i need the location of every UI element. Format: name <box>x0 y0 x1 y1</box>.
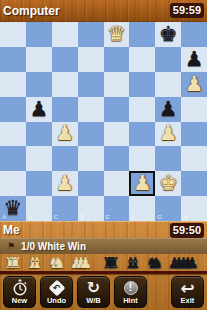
opponent-clock: 59:59 <box>170 3 204 18</box>
exit-button[interactable]: ↩Exit <box>171 276 204 308</box>
square-b1[interactable]: B <box>26 196 52 221</box>
captured-black-tray: ♜♜♝♝♞♞♟♟♟♟♟ <box>102 255 203 271</box>
cycle-arrows-icon: ↻ <box>87 278 100 297</box>
black-pawn[interactable]: ♟ <box>159 99 178 120</box>
captured-pawn-stack: ♟♟♟ <box>70 255 92 271</box>
white-pawn[interactable]: ♟ <box>55 173 74 194</box>
square-g3[interactable] <box>155 146 181 171</box>
file-label-b: B <box>28 214 32 220</box>
result-flag-icon: ⚑ <box>7 242 15 251</box>
undo-diamond-icon: ↶ <box>51 278 63 297</box>
square-c2[interactable]: ♟ <box>52 171 78 196</box>
return-arrow-icon: ↩ <box>180 278 194 297</box>
square-d8[interactable] <box>78 22 104 47</box>
square-d2[interactable] <box>78 171 104 196</box>
captured-knight-stack: ♞♞ <box>48 255 66 271</box>
square-c1[interactable]: C <box>52 196 78 221</box>
square-b2[interactable] <box>26 171 52 196</box>
result-text: 1/0 White Win <box>21 241 86 252</box>
black-queen[interactable]: ♛ <box>4 198 23 219</box>
square-b7[interactable] <box>26 47 52 72</box>
wb-button[interactable]: ↻W/B <box>77 276 110 308</box>
file-label-h: H <box>183 214 187 220</box>
square-f5[interactable] <box>129 97 155 122</box>
player-clock: 59:50 <box>170 223 204 238</box>
square-f6[interactable] <box>129 72 155 97</box>
square-c7[interactable] <box>52 47 78 72</box>
file-label-d: D <box>80 214 84 220</box>
captured-bishop-stack: ♝♝ <box>26 255 44 271</box>
exit-button-label: Exit <box>181 297 195 305</box>
square-c6[interactable] <box>52 72 78 97</box>
square-g2[interactable]: ♚ <box>155 171 181 196</box>
bottom-panel: Me 59:50 ⚑ 1/0 White Win ♜♜♝♝♞♞♟♟♟ ♜♜♝♝♞… <box>0 221 207 310</box>
square-a2[interactable] <box>0 171 26 196</box>
hint-button-label: Hint <box>123 297 138 305</box>
undo-button[interactable]: ↶Undo <box>40 276 73 308</box>
captured-rook-glyph: ♜ <box>8 255 21 271</box>
captured-bishop-glyph: ♝ <box>30 255 43 271</box>
black-pawn[interactable]: ♟ <box>185 49 204 70</box>
white-pawn[interactable]: ♟ <box>55 123 74 144</box>
white-pawn[interactable]: ♟ <box>185 74 204 95</box>
square-e6[interactable] <box>104 72 130 97</box>
square-g6[interactable] <box>155 72 181 97</box>
square-a7[interactable] <box>0 47 26 72</box>
stopwatch-icon <box>12 278 28 297</box>
square-h7[interactable]: ♟ <box>181 47 207 72</box>
square-c5[interactable] <box>52 97 78 122</box>
square-a6[interactable] <box>0 72 26 97</box>
captured-knight-glyph: ♞ <box>52 255 65 271</box>
square-e3[interactable] <box>104 146 130 171</box>
captured-knight-stack: ♞♞ <box>146 255 164 271</box>
captured-knight-glyph: ♞ <box>150 255 163 271</box>
square-h2[interactable] <box>181 171 207 196</box>
square-g4[interactable]: ♟ <box>155 122 181 147</box>
square-d4[interactable] <box>78 122 104 147</box>
square-f8[interactable] <box>129 22 155 47</box>
status-bar: ⚑ 1/0 White Win <box>0 238 207 254</box>
square-g8[interactable]: ♚ <box>155 22 181 47</box>
white-pawn[interactable]: ♟ <box>159 123 178 144</box>
square-b3[interactable] <box>26 146 52 171</box>
square-f1[interactable]: F <box>129 196 155 221</box>
square-b6[interactable] <box>26 72 52 97</box>
square-a8[interactable] <box>0 22 26 47</box>
captured-rook-stack: ♜♜ <box>102 255 120 271</box>
square-a4[interactable] <box>0 122 26 147</box>
square-e1[interactable]: E <box>104 196 130 221</box>
square-d7[interactable] <box>78 47 104 72</box>
captured-pawn-glyph: ♟ <box>186 255 199 271</box>
square-a3[interactable] <box>0 146 26 171</box>
black-king[interactable]: ♚ <box>159 24 178 45</box>
wb-button-label: W/B <box>86 297 101 305</box>
square-h8[interactable] <box>181 22 207 47</box>
square-d3[interactable] <box>78 146 104 171</box>
chess-board: ♛♚♟♟♟♟♟♟♟♟♚A♛BCDEFGH <box>0 22 207 221</box>
black-pawn[interactable]: ♟ <box>29 99 48 120</box>
exclamation-circle-icon: ! <box>124 278 138 297</box>
square-h6[interactable]: ♟ <box>181 72 207 97</box>
square-e7[interactable] <box>104 47 130 72</box>
square-g1[interactable]: G <box>155 196 181 221</box>
square-a5[interactable] <box>0 97 26 122</box>
hint-button[interactable]: !Hint <box>114 276 147 308</box>
square-h1[interactable]: H <box>181 196 207 221</box>
captured-white-tray: ♜♜♝♝♞♞♟♟♟ <box>4 255 96 271</box>
square-a1[interactable]: A♛ <box>0 196 26 221</box>
captured-pawn-stack: ♟♟♟♟♟ <box>168 255 199 271</box>
undo-button-label: Undo <box>47 297 66 305</box>
white-king[interactable]: ♚ <box>159 173 178 194</box>
new-button-label: New <box>12 297 27 305</box>
square-f3[interactable] <box>129 146 155 171</box>
captured-pieces-row: ♜♜♝♝♞♞♟♟♟ ♜♜♝♝♞♞♟♟♟♟♟ <box>0 254 207 271</box>
opponent-name: Computer <box>3 4 60 18</box>
square-c3[interactable] <box>52 146 78 171</box>
square-f4[interactable] <box>129 122 155 147</box>
opponent-bar: Computer 59:59 <box>0 0 207 22</box>
white-queen[interactable]: ♛ <box>107 24 126 45</box>
square-h3[interactable] <box>181 146 207 171</box>
captured-bishop-stack: ♝♝ <box>124 255 142 271</box>
player-name: Me <box>3 223 20 237</box>
square-e2[interactable] <box>104 171 130 196</box>
square-b8[interactable] <box>26 22 52 47</box>
captured-bishop-glyph: ♝ <box>128 255 141 271</box>
square-b5[interactable]: ♟ <box>26 97 52 122</box>
square-e5[interactable] <box>104 97 130 122</box>
square-h5[interactable] <box>181 97 207 122</box>
square-f2[interactable]: ♟ <box>129 171 155 196</box>
captured-pawn-glyph: ♟ <box>79 255 92 271</box>
square-g5[interactable]: ♟ <box>155 97 181 122</box>
file-label-g: G <box>157 214 162 220</box>
square-e4[interactable] <box>104 122 130 147</box>
square-d5[interactable] <box>78 97 104 122</box>
captured-rook-glyph: ♜ <box>106 255 119 271</box>
square-b4[interactable] <box>26 122 52 147</box>
square-c8[interactable] <box>52 22 78 47</box>
square-e8[interactable]: ♛ <box>104 22 130 47</box>
square-d6[interactable] <box>78 72 104 97</box>
file-label-c: C <box>54 214 58 220</box>
chess-app-screen: Computer 59:59 ♛♚♟♟♟♟♟♟♟♟♚A♛BCDEFGH Me 5… <box>0 0 207 310</box>
player-bar: Me 59:50 <box>0 221 207 238</box>
new-button[interactable]: New <box>3 276 36 308</box>
toolbar: New↶Undo↻W/B!Hint↩Exit <box>0 274 207 310</box>
file-label-e: E <box>106 214 110 220</box>
file-label-f: F <box>131 214 135 220</box>
square-c4[interactable]: ♟ <box>52 122 78 147</box>
captured-rook-stack: ♜♜ <box>4 255 22 271</box>
square-d1[interactable]: D <box>78 196 104 221</box>
square-g7[interactable] <box>155 47 181 72</box>
square-h4[interactable] <box>181 122 207 147</box>
square-f7[interactable] <box>129 47 155 72</box>
white-pawn[interactable]: ♟ <box>133 173 152 194</box>
